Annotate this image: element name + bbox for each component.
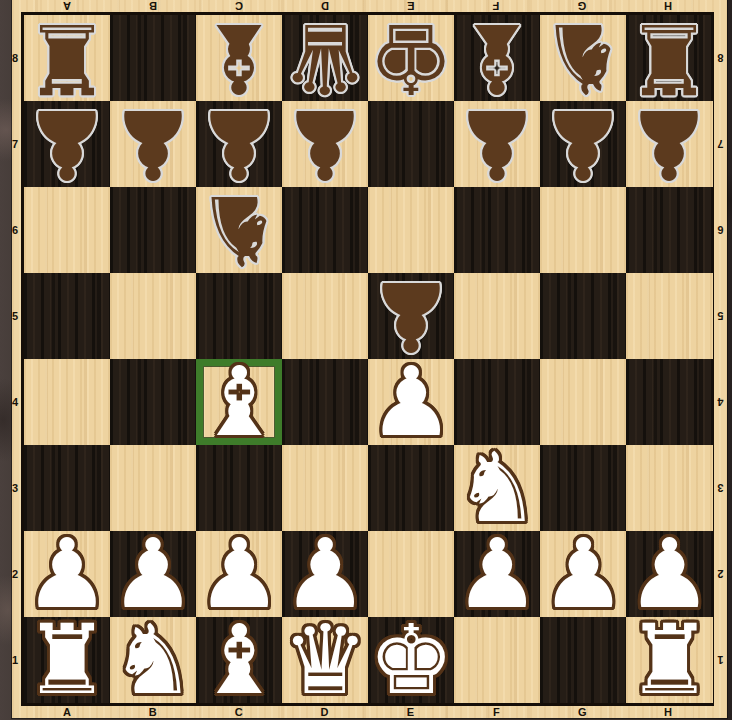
square-a4[interactable] [24, 359, 110, 445]
square-f5[interactable] [454, 273, 540, 359]
square-a7[interactable]: ♟ [24, 101, 110, 187]
piece-white-pawn[interactable]: ♟ [540, 531, 626, 617]
square-e1[interactable]: ♚ [368, 617, 454, 703]
square-g6[interactable] [540, 187, 626, 273]
square-g2[interactable]: ♟ [540, 531, 626, 617]
rank-label-right-1: 1 [714, 617, 727, 703]
square-e8[interactable]: ♚ [368, 15, 454, 101]
rank-label-left-6: 6 [8, 187, 22, 273]
piece-black-pawn[interactable]: ♟ [110, 101, 196, 187]
square-h1[interactable]: ♜ [626, 617, 712, 703]
piece-white-bishop[interactable]: ♝ [196, 617, 282, 703]
piece-white-bishop[interactable]: ♝ [196, 359, 282, 445]
file-label-bottom-g: G [539, 706, 625, 718]
rank-label-left-7: 7 [8, 101, 22, 187]
page: { "game": "chess", "position": { "fen": … [0, 0, 732, 720]
rank-label-right-5: 5 [714, 273, 727, 359]
rank-labels-left: 87654321 [8, 15, 22, 703]
rank-label-left-2: 2 [8, 531, 22, 617]
square-f7[interactable]: ♟ [454, 101, 540, 187]
rank-label-right-6: 6 [714, 187, 727, 273]
square-g7[interactable]: ♟ [540, 101, 626, 187]
square-b6[interactable] [110, 187, 196, 273]
rank-label-left-3: 3 [8, 445, 22, 531]
rank-label-right-8: 8 [714, 15, 727, 101]
square-h4[interactable] [626, 359, 712, 445]
square-c1[interactable]: ♝ [196, 617, 282, 703]
file-label-bottom-f: F [453, 706, 539, 718]
piece-black-pawn[interactable]: ♟ [454, 101, 540, 187]
piece-white-knight[interactable]: ♞ [110, 617, 196, 703]
square-a5[interactable] [24, 273, 110, 359]
square-e3[interactable] [368, 445, 454, 531]
square-c6[interactable]: ♞ [196, 187, 282, 273]
square-b5[interactable] [110, 273, 196, 359]
square-d6[interactable] [282, 187, 368, 273]
rank-label-left-5: 5 [8, 273, 22, 359]
piece-white-king[interactable]: ♚ [368, 617, 454, 703]
chess-board: ♜♝♛♚♝♞♜♟♟♟♟♟♟♟♞♟♝♟♞♟♟♟♟♟♟♟♜♞♝♛♚♜ [21, 12, 714, 706]
rank-label-right-3: 3 [714, 445, 727, 531]
rank-label-left-4: 4 [8, 359, 22, 445]
square-f6[interactable] [454, 187, 540, 273]
piece-white-pawn[interactable]: ♟ [454, 531, 540, 617]
piece-white-pawn[interactable]: ♟ [368, 359, 454, 445]
piece-black-pawn[interactable]: ♟ [282, 101, 368, 187]
piece-black-king[interactable]: ♚ [368, 15, 454, 101]
square-d7[interactable]: ♟ [282, 101, 368, 187]
square-h6[interactable] [626, 187, 712, 273]
square-g4[interactable] [540, 359, 626, 445]
piece-white-queen[interactable]: ♛ [282, 617, 368, 703]
square-b4[interactable] [110, 359, 196, 445]
square-d4[interactable] [282, 359, 368, 445]
square-e7[interactable] [368, 101, 454, 187]
piece-white-rook[interactable]: ♜ [626, 617, 712, 703]
square-e4[interactable]: ♟ [368, 359, 454, 445]
piece-black-knight[interactable]: ♞ [196, 187, 282, 273]
square-g1[interactable] [540, 617, 626, 703]
square-g5[interactable] [540, 273, 626, 359]
square-f1[interactable] [454, 617, 540, 703]
rank-label-left-8: 8 [8, 15, 22, 101]
square-h7[interactable]: ♟ [626, 101, 712, 187]
rank-labels-right: 87654321 [714, 15, 727, 703]
rank-label-left-1: 1 [8, 617, 22, 703]
square-b1[interactable]: ♞ [110, 617, 196, 703]
piece-black-pawn[interactable]: ♟ [626, 101, 712, 187]
square-d5[interactable] [282, 273, 368, 359]
square-a6[interactable] [24, 187, 110, 273]
square-c4[interactable]: ♝ [196, 359, 282, 445]
piece-black-pawn[interactable]: ♟ [24, 101, 110, 187]
square-f2[interactable]: ♟ [454, 531, 540, 617]
file-label-top-b: B [110, 0, 196, 12]
square-b7[interactable]: ♟ [110, 101, 196, 187]
square-h5[interactable] [626, 273, 712, 359]
square-a1[interactable]: ♜ [24, 617, 110, 703]
rank-label-right-4: 4 [714, 359, 727, 445]
rank-label-right-7: 7 [714, 101, 727, 187]
piece-white-rook[interactable]: ♜ [24, 617, 110, 703]
board-frame: ABCDEFGH ABCDEFGH 87654321 87654321 ♜♝♛♚… [12, 0, 727, 718]
square-d1[interactable]: ♛ [282, 617, 368, 703]
rank-label-right-2: 2 [714, 531, 727, 617]
piece-black-pawn[interactable]: ♟ [540, 101, 626, 187]
